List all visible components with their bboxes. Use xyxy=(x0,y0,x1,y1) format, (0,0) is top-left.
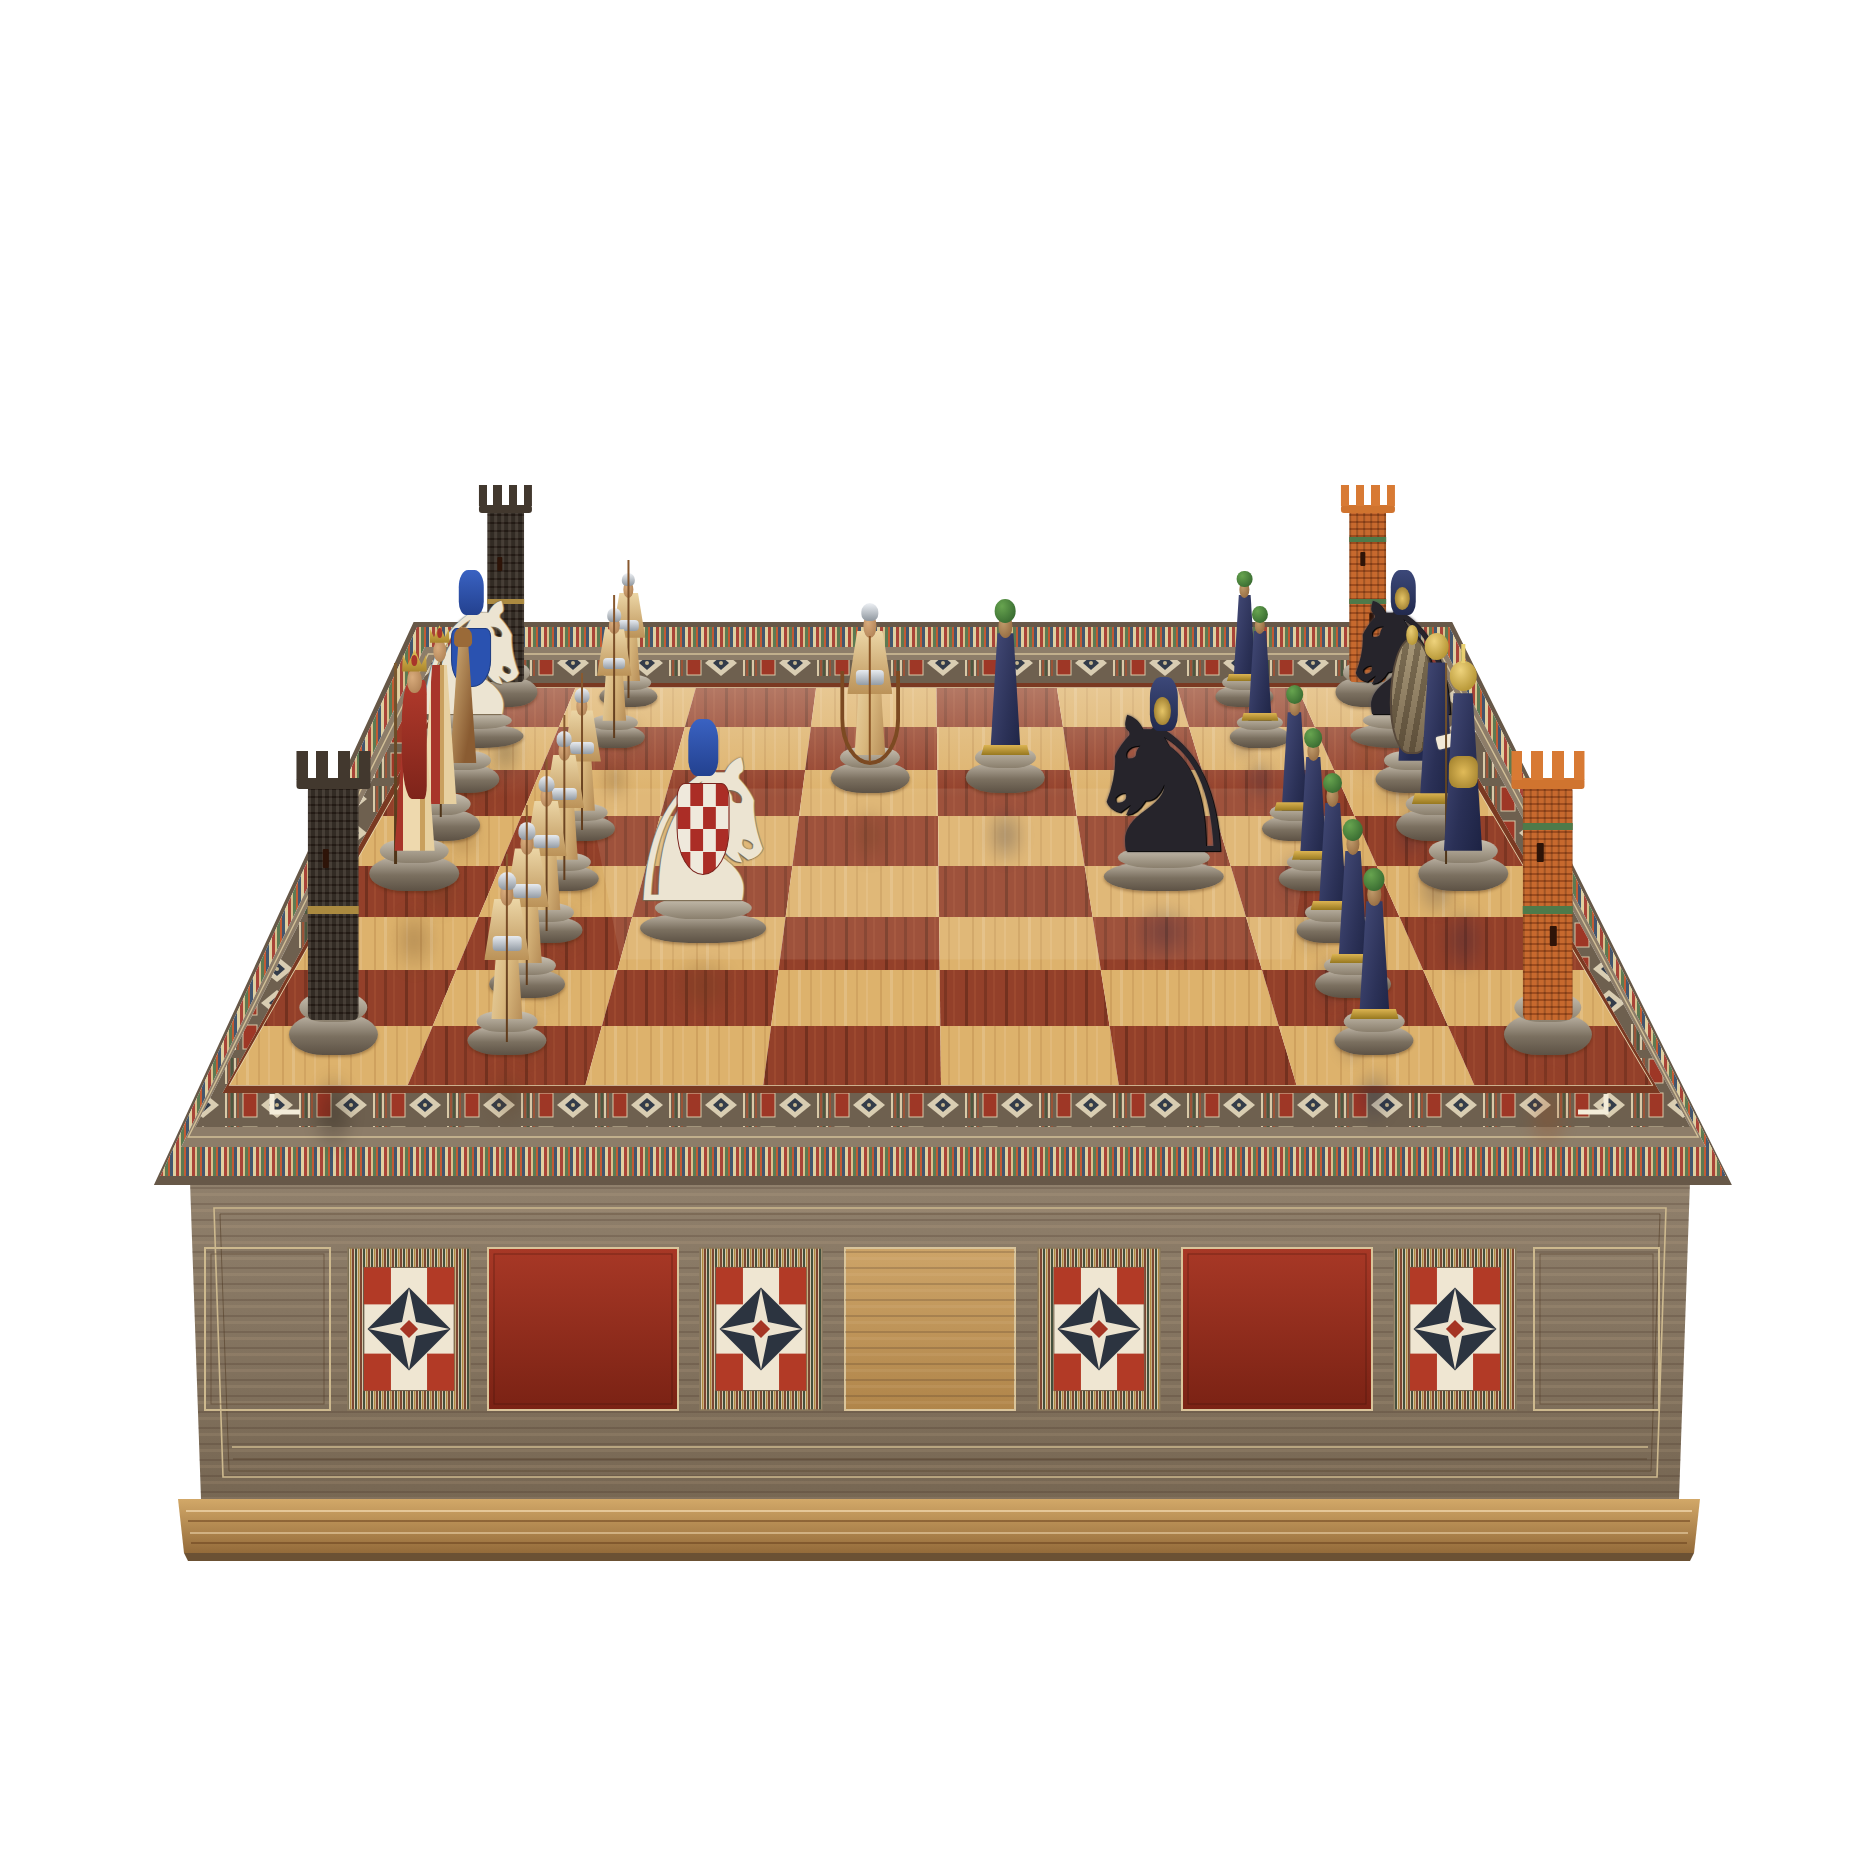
piece-white-pawn-h2 xyxy=(465,829,549,1056)
piece-white-rook-h1 xyxy=(287,733,381,1056)
piece-black-pawn-c5 xyxy=(964,558,1048,793)
piece-white-rook-a1 xyxy=(471,472,540,708)
piece-white-pawn-e2 xyxy=(528,693,601,891)
piece-black-pawn-h7 xyxy=(1332,829,1416,1056)
piece-black-knight-e6: ♞ xyxy=(1099,666,1227,892)
piece-white-knight-f3: ♞ xyxy=(636,707,770,943)
piece-black-queen-d8 xyxy=(1394,596,1480,841)
piece-black-pawn-e7 xyxy=(1277,693,1350,891)
piece-black-pawn-a7 xyxy=(1214,542,1275,708)
piece-black-knight-b8: ♞ xyxy=(1347,561,1459,749)
piece-white-pawn-b2 xyxy=(582,575,646,748)
piece-white-queen-d1 xyxy=(396,596,482,841)
piece-white-pawn-d2 xyxy=(547,652,617,841)
piece-white-bishop-c1 xyxy=(424,578,502,793)
piece-white-pawn-f2 xyxy=(508,736,585,943)
piece-black-bishop-c8 xyxy=(1373,578,1451,793)
piece-white-king-e1 xyxy=(367,620,463,892)
piece-white-pawn-a2 xyxy=(598,542,659,708)
product-photo-scene: ♞♞♞♞ xyxy=(0,0,1875,1875)
piece-black-rook-h8 xyxy=(1501,733,1595,1056)
piece-black-pawn-d7 xyxy=(1259,652,1329,841)
piece-black-pawn-b7 xyxy=(1228,575,1292,748)
piece-white-pawn-c4 xyxy=(828,558,912,793)
piece-white-knight-b1: ♞ xyxy=(415,561,527,749)
piece-white-pawn-g2 xyxy=(487,781,567,998)
piece-black-king-e8 xyxy=(1415,620,1511,892)
piece-black-pawn-g7 xyxy=(1313,781,1393,998)
pieces-layer: ♞♞♞♞ xyxy=(0,0,1875,1875)
piece-black-rook-a8 xyxy=(1334,472,1403,708)
piece-black-pawn-f7 xyxy=(1294,736,1371,943)
